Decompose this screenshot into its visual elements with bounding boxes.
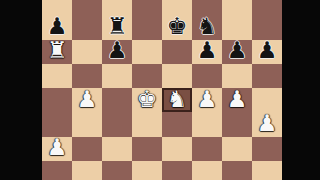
letterbox-right <box>282 0 320 180</box>
square-d7[interactable] <box>132 15 162 39</box>
square-d1[interactable] <box>132 161 162 180</box>
square-b4[interactable]: ♟ <box>72 88 102 112</box>
square-f4[interactable]: ♟ <box>192 88 222 112</box>
square-d2[interactable] <box>132 137 162 161</box>
black-king[interactable]: ♚ <box>162 14 192 38</box>
square-h5[interactable] <box>252 64 282 88</box>
square-g4[interactable]: ♟ <box>222 88 252 112</box>
black-pawn[interactable]: ♟ <box>252 39 282 63</box>
black-pawn[interactable]: ♟ <box>102 39 132 63</box>
white-pawn[interactable]: ♟ <box>252 111 282 135</box>
square-g7[interactable] <box>222 15 252 39</box>
black-pawn[interactable]: ♟ <box>222 39 252 63</box>
square-b3[interactable] <box>72 112 102 136</box>
square-f3[interactable] <box>192 112 222 136</box>
white-pawn[interactable]: ♟ <box>72 87 102 111</box>
square-g6[interactable]: ♟ <box>222 40 252 64</box>
white-rook[interactable]: ♜ <box>42 39 72 63</box>
square-a4[interactable] <box>42 88 72 112</box>
square-d4[interactable]: ♚ <box>132 88 162 112</box>
square-h4[interactable] <box>252 88 282 112</box>
white-pawn[interactable]: ♟ <box>42 136 72 160</box>
square-d8[interactable] <box>132 0 162 15</box>
square-c5[interactable] <box>102 64 132 88</box>
square-e3[interactable] <box>162 112 192 136</box>
square-e4[interactable]: ♞ <box>162 88 192 112</box>
square-e7[interactable]: ♚ <box>162 15 192 39</box>
square-c2[interactable] <box>102 137 132 161</box>
square-g8[interactable] <box>222 0 252 15</box>
square-a7[interactable]: ♟ <box>42 15 72 39</box>
square-f1[interactable] <box>192 161 222 180</box>
white-pawn[interactable]: ♟ <box>192 87 222 111</box>
black-pawn[interactable]: ♟ <box>42 14 72 38</box>
square-e1[interactable] <box>162 161 192 180</box>
black-rook[interactable]: ♜ <box>102 14 132 38</box>
white-knight[interactable]: ♞ <box>162 87 192 111</box>
square-h2[interactable] <box>252 137 282 161</box>
white-king[interactable]: ♚ <box>132 87 162 111</box>
letterbox-left <box>0 0 42 180</box>
square-d6[interactable] <box>132 40 162 64</box>
square-e6[interactable] <box>162 40 192 64</box>
square-b8[interactable] <box>72 0 102 15</box>
square-b5[interactable] <box>72 64 102 88</box>
square-a6[interactable]: ♜ <box>42 40 72 64</box>
square-h3[interactable]: ♟ <box>252 112 282 136</box>
square-g2[interactable] <box>222 137 252 161</box>
square-c6[interactable]: ♟ <box>102 40 132 64</box>
square-a2[interactable]: ♟ <box>42 137 72 161</box>
square-f5[interactable] <box>192 64 222 88</box>
square-b1[interactable] <box>72 161 102 180</box>
square-g3[interactable] <box>222 112 252 136</box>
square-b6[interactable] <box>72 40 102 64</box>
square-c4[interactable] <box>102 88 132 112</box>
square-h1[interactable] <box>252 161 282 180</box>
chess-board: ♟♜♚♞♜♟♟♟♟♟♚♞♟♟♟♟ <box>42 0 282 180</box>
square-h7[interactable] <box>252 15 282 39</box>
video-frame: ♟♜♚♞♜♟♟♟♟♟♚♞♟♟♟♟ <box>0 0 320 180</box>
square-g5[interactable] <box>222 64 252 88</box>
square-d3[interactable] <box>132 112 162 136</box>
square-c1[interactable] <box>102 161 132 180</box>
square-f2[interactable] <box>192 137 222 161</box>
square-b7[interactable] <box>72 15 102 39</box>
square-f6[interactable]: ♟ <box>192 40 222 64</box>
square-a5[interactable] <box>42 64 72 88</box>
square-h6[interactable]: ♟ <box>252 40 282 64</box>
black-knight[interactable]: ♞ <box>192 14 222 38</box>
square-d5[interactable] <box>132 64 162 88</box>
square-e5[interactable] <box>162 64 192 88</box>
black-pawn[interactable]: ♟ <box>192 39 222 63</box>
square-a1[interactable] <box>42 161 72 180</box>
square-g1[interactable] <box>222 161 252 180</box>
square-h8[interactable] <box>252 0 282 15</box>
square-c3[interactable] <box>102 112 132 136</box>
square-c7[interactable]: ♜ <box>102 15 132 39</box>
square-b2[interactable] <box>72 137 102 161</box>
white-pawn[interactable]: ♟ <box>222 87 252 111</box>
square-e2[interactable] <box>162 137 192 161</box>
square-a3[interactable] <box>42 112 72 136</box>
square-f7[interactable]: ♞ <box>192 15 222 39</box>
